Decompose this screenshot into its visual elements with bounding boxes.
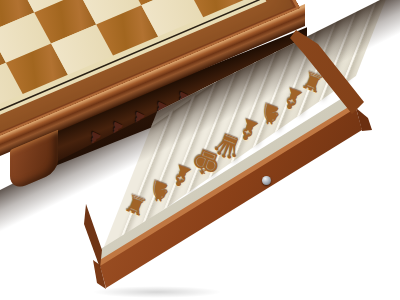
- drawer-knob[interactable]: [262, 176, 271, 185]
- drawer-ground-shadow: [92, 286, 222, 298]
- product-photo-chess-set: ♟♟♟♟♟ ♜♞♝♚♛♝♞♝♜: [0, 0, 400, 300]
